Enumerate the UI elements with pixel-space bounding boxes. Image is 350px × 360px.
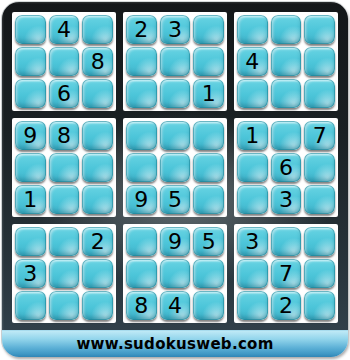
cell-r9c6[interactable] [193, 291, 224, 320]
cell-r8c8[interactable]: 7 [271, 259, 302, 288]
cell-r6c9[interactable] [304, 185, 335, 214]
cell-r7c4[interactable] [126, 227, 157, 256]
page-background: 486 231 4 981 95 1763 23 9584 372 www.su… [0, 0, 350, 360]
cell-r5c3[interactable] [82, 153, 113, 182]
cell-r7c7[interactable]: 3 [237, 227, 268, 256]
cell-r8c7[interactable] [237, 259, 268, 288]
cell-r7c9[interactable] [304, 227, 335, 256]
cell-r9c1[interactable] [15, 291, 46, 320]
cell-r2c2[interactable] [49, 47, 80, 76]
box-bottom-center: 9584 [123, 224, 227, 323]
cell-r5c4[interactable] [126, 153, 157, 182]
sudoku-grid: 486 231 4 981 95 1763 23 9584 372 [12, 12, 338, 323]
cell-r2c9[interactable] [304, 47, 335, 76]
cell-r9c9[interactable] [304, 291, 335, 320]
cell-r2c8[interactable] [271, 47, 302, 76]
cell-r7c8[interactable] [271, 227, 302, 256]
cell-r7c2[interactable] [49, 227, 80, 256]
cell-r6c6[interactable] [193, 185, 224, 214]
cell-r2c3[interactable]: 8 [82, 47, 113, 76]
cell-r7c5[interactable]: 9 [160, 227, 191, 256]
cell-r4c6[interactable] [193, 121, 224, 150]
cell-r1c2[interactable]: 4 [49, 15, 80, 44]
cell-r1c1[interactable] [15, 15, 46, 44]
cell-r2c7[interactable]: 4 [237, 47, 268, 76]
cell-r6c8[interactable]: 3 [271, 185, 302, 214]
cell-r4c2[interactable]: 8 [49, 121, 80, 150]
cell-r9c8[interactable]: 2 [271, 291, 302, 320]
cell-r1c4[interactable]: 2 [126, 15, 157, 44]
cell-r4c5[interactable] [160, 121, 191, 150]
cell-r2c1[interactable] [15, 47, 46, 76]
cell-r5c6[interactable] [193, 153, 224, 182]
cell-r3c6[interactable]: 1 [193, 79, 224, 108]
cell-r4c8[interactable] [271, 121, 302, 150]
cell-r8c4[interactable] [126, 259, 157, 288]
cell-r5c7[interactable] [237, 153, 268, 182]
cell-r1c7[interactable] [237, 15, 268, 44]
box-bottom-right: 372 [234, 224, 338, 323]
cell-r7c1[interactable] [15, 227, 46, 256]
cell-r6c2[interactable] [49, 185, 80, 214]
box-top-right: 4 [234, 12, 338, 111]
sudoku-board: 486 231 4 981 95 1763 23 9584 372 www.su… [2, 2, 348, 357]
cell-r6c5[interactable]: 5 [160, 185, 191, 214]
cell-r6c1[interactable]: 1 [15, 185, 46, 214]
cell-r9c3[interactable] [82, 291, 113, 320]
cell-r3c9[interactable] [304, 79, 335, 108]
cell-r4c1[interactable]: 9 [15, 121, 46, 150]
cell-r1c8[interactable] [271, 15, 302, 44]
cell-r6c4[interactable]: 9 [126, 185, 157, 214]
box-middle-left: 981 [12, 118, 116, 217]
cell-r2c6[interactable] [193, 47, 224, 76]
cell-r8c2[interactable] [49, 259, 80, 288]
cell-r7c3[interactable]: 2 [82, 227, 113, 256]
cell-r3c5[interactable] [160, 79, 191, 108]
cell-r8c1[interactable]: 3 [15, 259, 46, 288]
cell-r3c3[interactable] [82, 79, 113, 108]
cell-r9c5[interactable]: 4 [160, 291, 191, 320]
cell-r1c3[interactable] [82, 15, 113, 44]
cell-r5c8[interactable]: 6 [271, 153, 302, 182]
cell-r4c9[interactable]: 7 [304, 121, 335, 150]
cell-r1c5[interactable]: 3 [160, 15, 191, 44]
box-top-left: 486 [12, 12, 116, 111]
board-inner-frame: 486 231 4 981 95 1763 23 9584 372 [2, 2, 348, 330]
cell-r6c3[interactable] [82, 185, 113, 214]
cell-r3c8[interactable] [271, 79, 302, 108]
cell-r4c7[interactable]: 1 [237, 121, 268, 150]
box-middle-center: 95 [123, 118, 227, 217]
cell-r2c4[interactable] [126, 47, 157, 76]
cell-r5c2[interactable] [49, 153, 80, 182]
cell-r3c2[interactable]: 6 [49, 79, 80, 108]
cell-r1c9[interactable] [304, 15, 335, 44]
cell-r1c6[interactable] [193, 15, 224, 44]
cell-r2c5[interactable] [160, 47, 191, 76]
cell-r3c7[interactable] [237, 79, 268, 108]
cell-r3c1[interactable] [15, 79, 46, 108]
cell-r5c9[interactable] [304, 153, 335, 182]
box-bottom-left: 23 [12, 224, 116, 323]
cell-r4c4[interactable] [126, 121, 157, 150]
box-middle-right: 1763 [234, 118, 338, 217]
box-top-center: 231 [123, 12, 227, 111]
cell-r7c6[interactable]: 5 [193, 227, 224, 256]
cell-r9c2[interactable] [49, 291, 80, 320]
site-url: www.sudokusweb.com [76, 335, 273, 353]
cell-r9c4[interactable]: 8 [126, 291, 157, 320]
cell-r8c6[interactable] [193, 259, 224, 288]
cell-r5c1[interactable] [15, 153, 46, 182]
cell-r8c3[interactable] [82, 259, 113, 288]
cell-r8c5[interactable] [160, 259, 191, 288]
cell-r9c7[interactable] [237, 291, 268, 320]
cell-r6c7[interactable] [237, 185, 268, 214]
cell-r4c3[interactable] [82, 121, 113, 150]
cell-r3c4[interactable] [126, 79, 157, 108]
footer-bar: www.sudokusweb.com [2, 330, 348, 357]
cell-r5c5[interactable] [160, 153, 191, 182]
cell-r8c9[interactable] [304, 259, 335, 288]
